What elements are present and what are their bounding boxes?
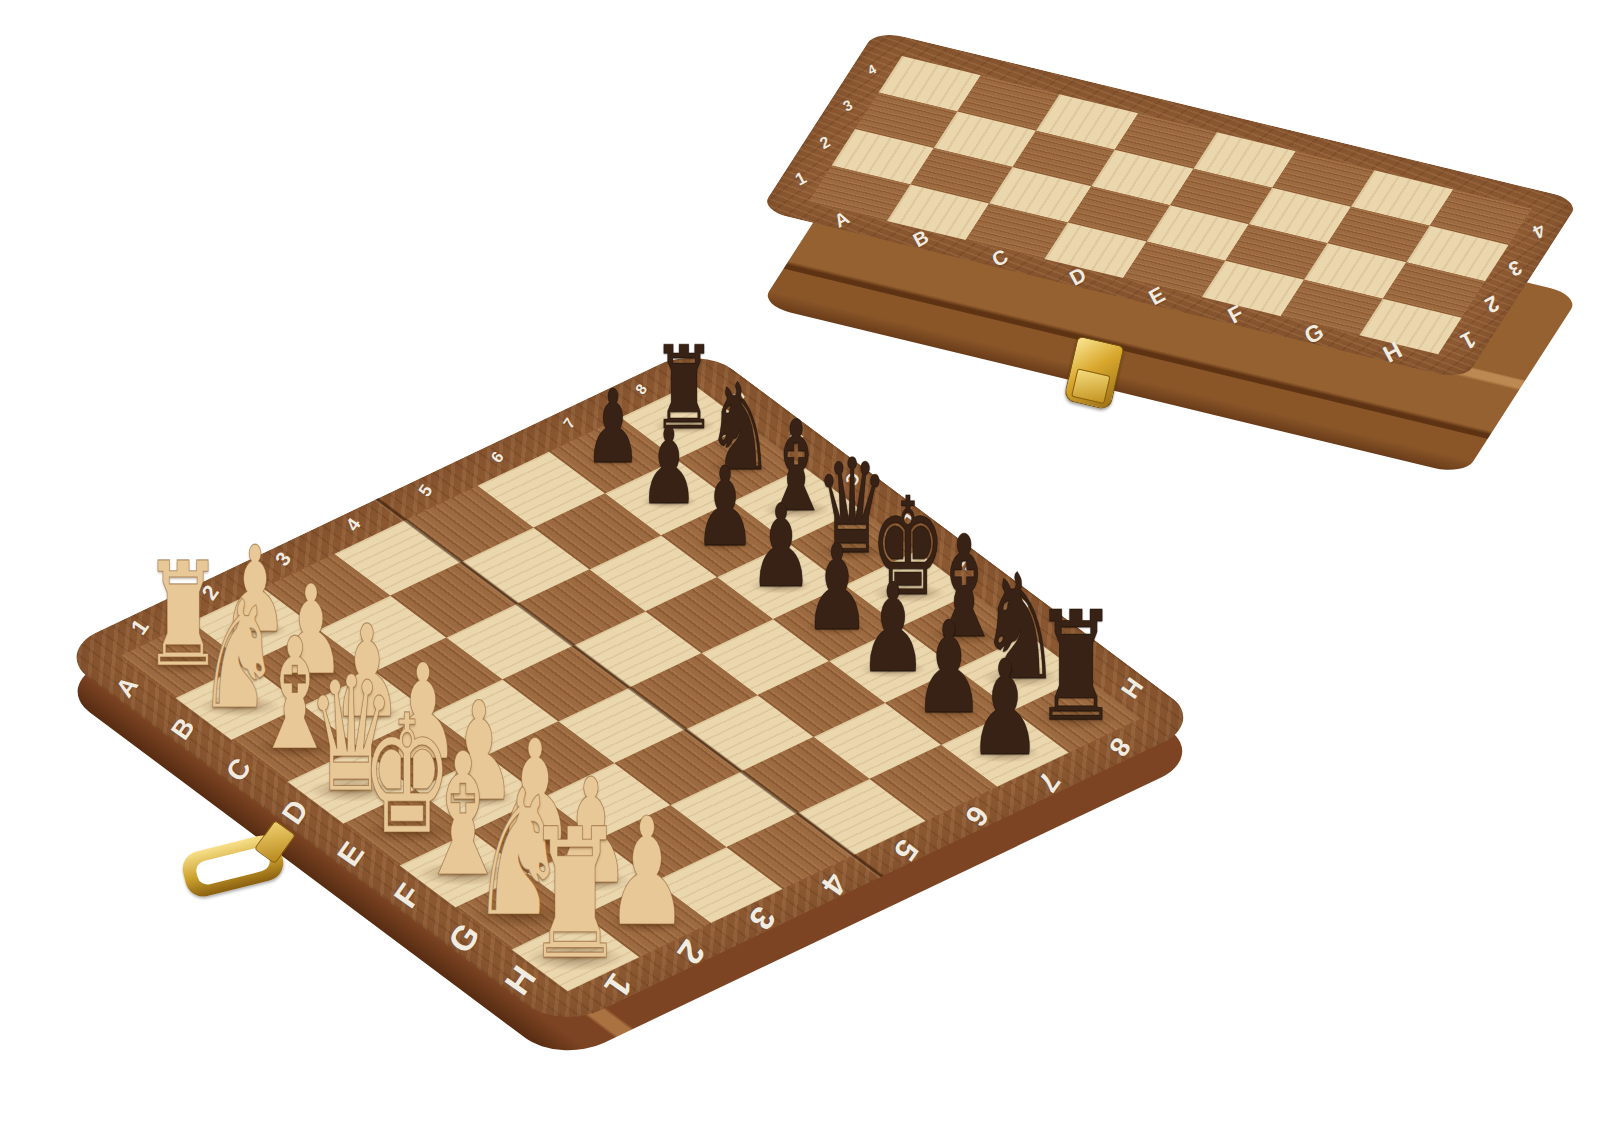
chess-piece-glyph: ♟ — [968, 643, 1041, 775]
chess-piece-glyph: ♜ — [526, 805, 626, 985]
piece-white-rook-h1: ♜ — [495, 805, 656, 985]
scene: AABBCCDDEEFFGGHH1122334455667788ABCDEFGH… — [0, 0, 1608, 1138]
piece-black-pawn-h7: ♟ — [946, 643, 1064, 775]
